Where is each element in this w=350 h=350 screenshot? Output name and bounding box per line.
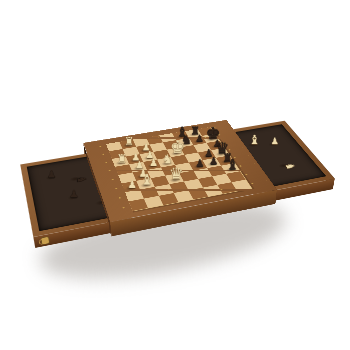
right-drawer-end-face [283,120,334,188]
piece-white-knight: ♞ [273,159,292,169]
piece-black-pawn: ♟ [43,170,60,181]
left-drawer-end-face [20,164,35,248]
piece-black-knight: ♞ [66,172,83,183]
board-box [83,119,277,221]
piece-black-pawn: ♟ [64,190,82,202]
product-photo-chess-set: ♟♞♟♟ ♝♟♞ ♜♝♜♟♞♟♚♜♟♟♚♟♟♟♞♟♛♟♟♟♜♟♝♛♝ [0,0,350,350]
drawer-slot [84,146,87,162]
piece-white-pawn: ♟ [264,138,282,147]
brass-clasp-latch [41,236,49,243]
